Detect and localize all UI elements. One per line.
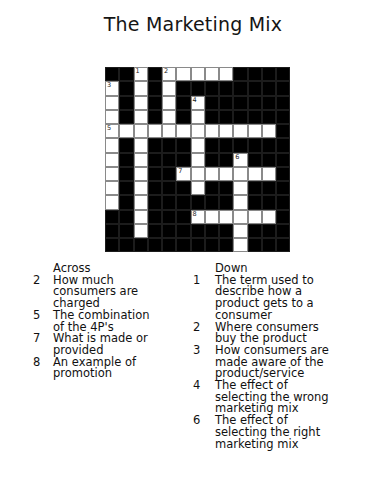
black-cell <box>119 224 133 238</box>
black-cell <box>276 124 290 138</box>
black-cell <box>162 167 176 181</box>
black-cell <box>162 138 176 152</box>
clue-number: 5 <box>107 125 111 132</box>
letter-cell[interactable] <box>105 138 119 152</box>
letter-cell[interactable] <box>105 96 119 110</box>
black-cell <box>148 153 162 167</box>
letter-cell[interactable] <box>105 153 119 167</box>
black-cell <box>176 195 190 209</box>
black-cell <box>262 96 276 110</box>
letter-cell[interactable] <box>262 124 276 138</box>
black-cell <box>219 138 233 152</box>
letter-cell[interactable] <box>134 181 148 195</box>
black-cell <box>191 195 205 209</box>
black-cell <box>248 67 262 81</box>
letter-cell[interactable] <box>134 167 148 181</box>
worksheet-page: The Marketing Mix 12345678 Across 2 How … <box>0 0 386 500</box>
black-cell <box>205 96 219 110</box>
letter-cell[interactable] <box>191 167 205 181</box>
letter-cell[interactable] <box>248 210 262 224</box>
black-cell <box>119 181 133 195</box>
black-cell <box>205 181 219 195</box>
letter-cell[interactable] <box>134 224 148 238</box>
down-clue-1: 1 The term used to describe how a produc… <box>193 275 349 322</box>
clue-number-label: 2 <box>33 275 53 287</box>
letter-cell[interactable] <box>248 167 262 181</box>
black-cell <box>119 238 133 252</box>
clue-number-label: 1 <box>193 275 215 287</box>
black-cell <box>262 81 276 95</box>
black-cell <box>119 210 133 224</box>
clue-number: 7 <box>178 168 182 175</box>
black-cell <box>248 195 262 209</box>
black-cell <box>205 138 219 152</box>
letter-cell[interactable] <box>134 138 148 152</box>
black-cell <box>148 210 162 224</box>
letter-cell[interactable] <box>162 110 176 124</box>
clue-text: Where consumers buy the product <box>215 322 349 345</box>
clue-number-label: 2 <box>193 322 215 334</box>
black-cell <box>219 81 233 95</box>
black-cell <box>262 195 276 209</box>
black-cell <box>219 181 233 195</box>
down-clue-6: 6 The effect of selecting the right mark… <box>193 415 349 450</box>
black-cell <box>191 81 205 95</box>
black-cell <box>219 110 233 124</box>
black-cell <box>262 153 276 167</box>
black-cell <box>176 110 190 124</box>
letter-cell[interactable] <box>219 210 233 224</box>
clue-number-label: 6 <box>193 415 215 427</box>
black-cell <box>148 181 162 195</box>
black-cell <box>105 67 119 81</box>
black-cell <box>176 96 190 110</box>
black-cell <box>176 224 190 238</box>
black-cell <box>148 81 162 95</box>
black-cell <box>176 238 190 252</box>
letter-cell[interactable] <box>219 167 233 181</box>
black-cell <box>276 96 290 110</box>
black-cell <box>176 181 190 195</box>
black-cell <box>148 195 162 209</box>
black-cell <box>276 210 290 224</box>
black-cell <box>205 195 219 209</box>
black-cell <box>233 96 247 110</box>
letter-cell[interactable] <box>176 67 190 81</box>
letter-cell[interactable] <box>134 81 148 95</box>
black-cell <box>276 238 290 252</box>
letter-cell[interactable] <box>134 124 148 138</box>
letter-cell[interactable] <box>134 195 148 209</box>
letter-cell[interactable] <box>219 124 233 138</box>
letter-cell[interactable] <box>233 238 247 252</box>
letter-cell[interactable] <box>105 195 119 209</box>
black-cell <box>162 195 176 209</box>
letter-cell[interactable] <box>134 153 148 167</box>
black-cell <box>248 238 262 252</box>
black-cell <box>162 181 176 195</box>
clue-number-label: 5 <box>33 310 53 322</box>
letter-cell[interactable] <box>105 181 119 195</box>
across-clue-5: 5 The combination of the 4P's <box>33 310 171 333</box>
letter-cell[interactable] <box>233 210 247 224</box>
black-cell <box>191 224 205 238</box>
black-cell <box>205 81 219 95</box>
black-cell <box>276 224 290 238</box>
down-clue-2: 2 Where consumers buy the product <box>193 322 349 345</box>
letter-cell[interactable] <box>233 181 247 195</box>
letter-cell[interactable] <box>233 167 247 181</box>
clue-text: How consumers are made aware of the prod… <box>215 345 349 380</box>
black-cell <box>262 67 276 81</box>
letter-cell[interactable] <box>233 124 247 138</box>
letter-cell[interactable]: 5 <box>105 124 119 138</box>
clue-text: The effect of selecting the wrong market… <box>215 380 349 415</box>
letter-cell[interactable] <box>105 167 119 181</box>
black-cell <box>162 153 176 167</box>
letter-cell[interactable] <box>105 110 119 124</box>
black-cell <box>233 138 247 152</box>
letter-cell[interactable] <box>119 124 133 138</box>
black-cell <box>176 81 190 95</box>
black-cell <box>119 195 133 209</box>
letter-cell[interactable]: 7 <box>176 167 190 181</box>
letter-cell[interactable] <box>248 124 262 138</box>
black-cell <box>176 210 190 224</box>
black-cell <box>233 67 247 81</box>
letter-cell[interactable] <box>191 124 205 138</box>
letter-cell[interactable] <box>191 153 205 167</box>
letter-cell[interactable] <box>162 96 176 110</box>
black-cell <box>119 81 133 95</box>
black-cell <box>148 96 162 110</box>
down-clues-section: Down 1 The term used to describe how a p… <box>193 263 349 450</box>
puzzle-title: The Marketing Mix <box>0 13 386 35</box>
black-cell <box>248 138 262 152</box>
black-cell <box>262 181 276 195</box>
black-cell <box>248 153 262 167</box>
black-cell <box>276 181 290 195</box>
black-cell <box>205 224 219 238</box>
black-cell <box>162 210 176 224</box>
down-clue-3: 3 How consumers are made aware of the pr… <box>193 345 349 380</box>
black-cell <box>262 224 276 238</box>
black-cell <box>205 153 219 167</box>
letter-cell[interactable] <box>205 210 219 224</box>
black-cell <box>119 67 133 81</box>
black-cell <box>276 195 290 209</box>
black-cell <box>119 167 133 181</box>
letter-cell[interactable] <box>176 124 190 138</box>
black-cell <box>262 110 276 124</box>
black-cell <box>219 195 233 209</box>
black-cell <box>219 96 233 110</box>
letter-cell[interactable] <box>233 195 247 209</box>
letter-cell[interactable] <box>148 124 162 138</box>
black-cell <box>119 138 133 152</box>
black-cell <box>219 238 233 252</box>
clue-text: The combination of the 4P's <box>53 310 171 333</box>
letter-cell[interactable] <box>262 167 276 181</box>
letter-cell[interactable] <box>134 110 148 124</box>
clue-text: The term used to describe how a product … <box>215 275 349 322</box>
black-cell <box>148 167 162 181</box>
black-cell <box>248 81 262 95</box>
black-cell <box>134 238 148 252</box>
across-clue-7: 7 What is made or provided <box>33 333 171 356</box>
letter-cell[interactable]: 6 <box>233 153 247 167</box>
down-clue-4: 4 The effect of selecting the wrong mark… <box>193 380 349 415</box>
clue-number: 4 <box>193 97 197 104</box>
black-cell <box>162 224 176 238</box>
black-cell <box>276 167 290 181</box>
letter-cell[interactable] <box>162 124 176 138</box>
clue-number-label: 3 <box>193 345 215 357</box>
letter-cell[interactable]: 2 <box>162 67 176 81</box>
black-cell <box>262 238 276 252</box>
black-cell <box>276 110 290 124</box>
clue-text: An example of promotion <box>53 357 171 380</box>
black-cell <box>176 153 190 167</box>
letter-cell[interactable] <box>134 210 148 224</box>
black-cell <box>233 81 247 95</box>
letter-cell[interactable] <box>205 124 219 138</box>
across-clues-section: Across 2 How much consumers are charged … <box>33 263 171 380</box>
black-cell <box>119 153 133 167</box>
black-cell <box>105 224 119 238</box>
letter-cell[interactable] <box>205 167 219 181</box>
crossword-grid: 12345678 <box>105 67 290 252</box>
black-cell <box>219 153 233 167</box>
letter-cell[interactable] <box>191 110 205 124</box>
clue-number-label: 7 <box>33 333 53 345</box>
black-cell <box>205 110 219 124</box>
across-clue-8: 8 An example of promotion <box>33 357 171 380</box>
black-cell <box>262 138 276 152</box>
letter-cell[interactable]: 4 <box>191 96 205 110</box>
black-cell <box>276 67 290 81</box>
clue-number: 3 <box>107 82 111 89</box>
black-cell <box>162 238 176 252</box>
letter-cell[interactable]: 3 <box>105 81 119 95</box>
black-cell <box>233 110 247 124</box>
letter-cell[interactable] <box>219 67 233 81</box>
black-cell <box>119 96 133 110</box>
letter-cell[interactable] <box>162 81 176 95</box>
black-cell <box>105 238 119 252</box>
clue-number-label: 8 <box>33 357 53 369</box>
black-cell <box>105 210 119 224</box>
letter-cell[interactable] <box>262 210 276 224</box>
black-cell <box>148 224 162 238</box>
letter-cell[interactable] <box>205 67 219 81</box>
black-cell <box>148 138 162 152</box>
letter-cell[interactable] <box>191 67 205 81</box>
black-cell <box>219 224 233 238</box>
clue-text: What is made or provided <box>53 333 171 356</box>
clue-number: 8 <box>193 211 197 218</box>
clue-number-label: 4 <box>193 380 215 392</box>
black-cell <box>148 238 162 252</box>
black-cell <box>276 81 290 95</box>
letter-cell[interactable] <box>134 96 148 110</box>
across-clue-2: 2 How much consumers are charged <box>33 275 171 310</box>
letter-cell[interactable] <box>191 181 205 195</box>
black-cell <box>248 224 262 238</box>
black-cell <box>276 153 290 167</box>
clue-text: How much consumers are charged <box>53 275 171 310</box>
letter-cell[interactable] <box>233 224 247 238</box>
black-cell <box>205 238 219 252</box>
black-cell <box>176 138 190 152</box>
black-cell <box>119 110 133 124</box>
clue-number: 1 <box>136 68 140 75</box>
black-cell <box>248 181 262 195</box>
clue-number: 6 <box>235 154 239 161</box>
clue-number: 2 <box>164 68 168 75</box>
clue-text: The effect of selecting the right market… <box>215 415 349 450</box>
letter-cell[interactable]: 1 <box>134 67 148 81</box>
black-cell <box>191 238 205 252</box>
black-cell <box>248 96 262 110</box>
black-cell <box>276 138 290 152</box>
letter-cell[interactable] <box>191 138 205 152</box>
black-cell <box>148 67 162 81</box>
black-cell <box>148 110 162 124</box>
letter-cell[interactable]: 8 <box>191 210 205 224</box>
black-cell <box>248 110 262 124</box>
